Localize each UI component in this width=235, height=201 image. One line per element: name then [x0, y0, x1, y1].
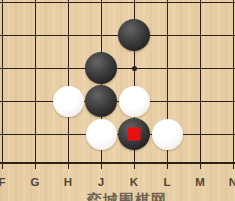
app-watermark: 弈城围棋网	[87, 191, 167, 201]
go-board[interactable]: FGHJKLMN 弈城围棋网	[0, 0, 235, 201]
coordinate-label-j: J	[92, 176, 110, 189]
grid-line-vertical-f	[2, 0, 3, 169]
grid-line-vertical-h	[68, 0, 69, 169]
grid-line-horizontal-bottom-edge	[0, 162, 235, 164]
stone-white-k9[interactable]	[119, 86, 150, 117]
stone-black-k11[interactable]	[118, 19, 150, 51]
stone-black-k8[interactable]	[118, 118, 150, 150]
coordinate-label-f: F	[0, 176, 11, 189]
grid-line-vertical-m	[200, 0, 201, 169]
coordinate-label-l: L	[158, 176, 176, 189]
grid-line-vertical-g	[35, 0, 36, 169]
coordinate-label-g: G	[26, 176, 44, 189]
coordinate-label-k: K	[125, 176, 143, 189]
last-move-marker	[128, 128, 141, 141]
grid-line-horizontal-12	[0, 2, 235, 3]
grid-line-horizontal-10	[0, 68, 235, 69]
stone-black-j9[interactable]	[85, 85, 117, 117]
coordinate-label-h: H	[59, 176, 77, 189]
star-point-k10	[132, 66, 137, 71]
coordinate-label-m: M	[191, 176, 209, 189]
stone-white-l8[interactable]	[152, 119, 183, 150]
stone-white-h9[interactable]	[53, 86, 84, 117]
stone-black-j10[interactable]	[85, 52, 117, 84]
coordinate-label-n: N	[224, 176, 235, 189]
stone-white-j8[interactable]	[86, 119, 117, 150]
grid-line-vertical-n	[233, 0, 234, 169]
grid-line-horizontal-9	[0, 101, 235, 102]
